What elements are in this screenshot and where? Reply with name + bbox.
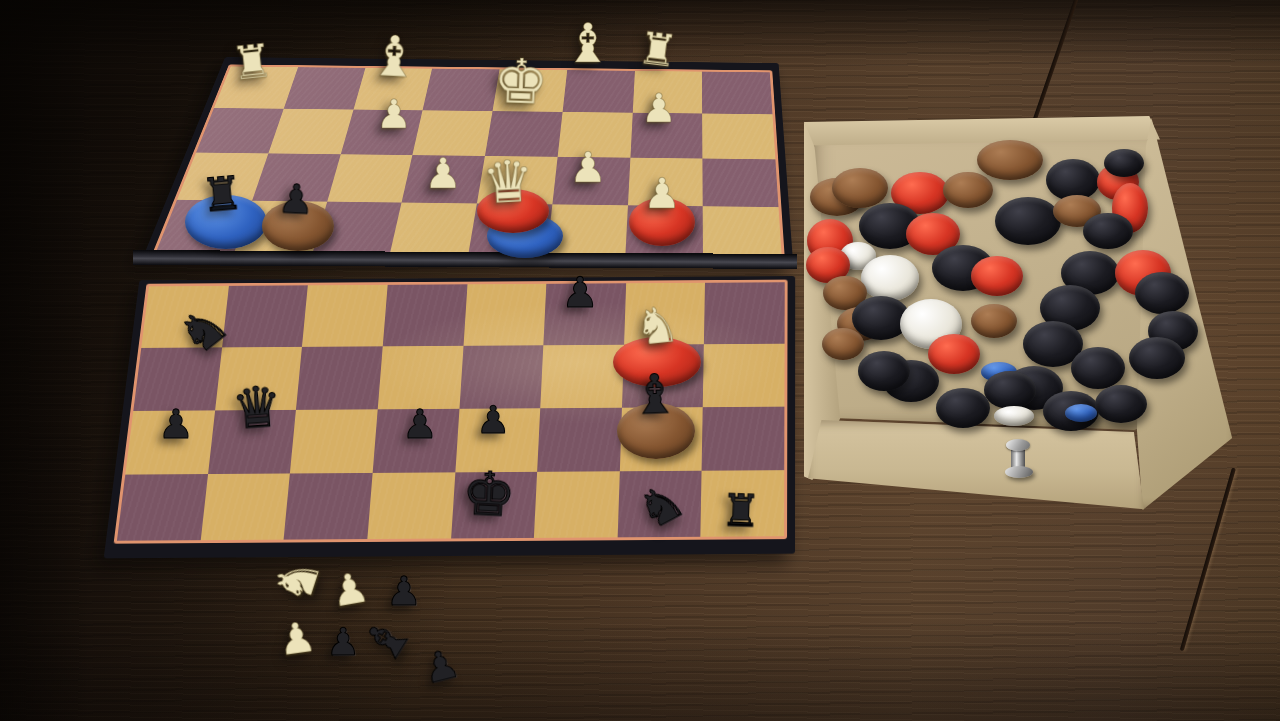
square-c3[interactable] bbox=[296, 346, 382, 409]
table-surface: ♜♝♟♚♝♜♟♟♟♛♟♜♟♞♛♟♟♟♚♟♞♝♞♜♞♟♟♟♟♝♟ bbox=[0, 0, 1280, 721]
white-pawn[interactable]: ♟ bbox=[424, 153, 462, 195]
box-checker-disc-black[interactable] bbox=[1071, 347, 1125, 389]
square-h6[interactable] bbox=[703, 158, 779, 207]
box-checker-disc-red[interactable] bbox=[928, 334, 980, 374]
box-checker-disc-red[interactable] bbox=[971, 256, 1023, 296]
square-h3[interactable] bbox=[703, 343, 784, 406]
box-knob-foot bbox=[1005, 466, 1033, 478]
black-pawn[interactable]: ♟ bbox=[561, 272, 599, 314]
box-checker-disc-black[interactable] bbox=[1129, 337, 1185, 379]
square-c6[interactable] bbox=[327, 154, 413, 203]
white-pawn[interactable]: ♟ bbox=[569, 147, 607, 189]
wood-plank-seam bbox=[1031, 0, 1080, 127]
square-b8[interactable] bbox=[284, 67, 365, 109]
black-bishop[interactable]: ♝ bbox=[354, 608, 420, 673]
black-pawn[interactable]: ♟ bbox=[277, 178, 315, 220]
box-checker-disc-black[interactable] bbox=[1104, 149, 1144, 177]
white-rook[interactable]: ♜ bbox=[229, 37, 275, 87]
square-c4[interactable] bbox=[302, 285, 387, 347]
square-d3[interactable] bbox=[378, 346, 463, 409]
black-rook[interactable]: ♜ bbox=[199, 169, 244, 218]
black-bishop[interactable]: ♝ bbox=[630, 367, 680, 423]
square-c2[interactable] bbox=[290, 409, 378, 474]
black-pawn[interactable]: ♟ bbox=[476, 401, 510, 439]
black-king[interactable]: ♚ bbox=[461, 463, 518, 526]
square-a1[interactable] bbox=[117, 474, 208, 540]
square-b7[interactable] bbox=[268, 109, 353, 154]
white-bishop[interactable]: ♝ bbox=[564, 17, 612, 71]
square-f8[interactable] bbox=[562, 70, 634, 112]
square-c1[interactable] bbox=[284, 473, 373, 539]
white-king[interactable]: ♚ bbox=[492, 50, 550, 114]
white-knight[interactable]: ♞ bbox=[265, 550, 329, 610]
white-rook[interactable]: ♜ bbox=[636, 26, 681, 74]
square-d5[interactable] bbox=[390, 203, 477, 256]
box-checker-disc-brown[interactable] bbox=[971, 304, 1017, 338]
black-pawn[interactable]: ♟ bbox=[386, 571, 422, 611]
white-pawn[interactable]: ♟ bbox=[328, 566, 372, 614]
black-pawn[interactable]: ♟ bbox=[402, 404, 438, 444]
black-pawn[interactable]: ♟ bbox=[158, 404, 194, 444]
black-queen[interactable]: ♛ bbox=[230, 378, 284, 437]
square-f3[interactable] bbox=[540, 345, 623, 408]
box-checker-disc-black[interactable] bbox=[995, 197, 1061, 245]
box-checker-disc-black[interactable] bbox=[1095, 385, 1147, 423]
white-pawn[interactable]: ♟ bbox=[376, 94, 412, 134]
square-h8[interactable] bbox=[702, 72, 772, 114]
white-pawn[interactable]: ♟ bbox=[275, 616, 318, 663]
square-f1[interactable] bbox=[534, 472, 620, 538]
box-checker-disc-brown[interactable] bbox=[822, 328, 864, 360]
black-pawn[interactable]: ♟ bbox=[419, 642, 463, 689]
box-checker-disc-black[interactable] bbox=[984, 371, 1036, 409]
box-checker-disc-brown[interactable] bbox=[943, 172, 993, 208]
box-knob-cap[interactable] bbox=[1006, 439, 1030, 451]
white-knight[interactable]: ♞ bbox=[632, 299, 682, 353]
square-d1[interactable] bbox=[367, 473, 455, 539]
square-d4[interactable] bbox=[383, 284, 467, 346]
white-bishop[interactable]: ♝ bbox=[367, 28, 420, 87]
black-rook[interactable]: ♜ bbox=[721, 488, 762, 533]
white-queen[interactable]: ♛ bbox=[481, 152, 536, 213]
box-checker-disc-black[interactable] bbox=[1135, 272, 1189, 314]
square-e4[interactable] bbox=[463, 284, 546, 346]
white-pawn[interactable]: ♟ bbox=[641, 88, 677, 128]
square-d8[interactable] bbox=[423, 69, 500, 111]
box-checker-disc-brown[interactable] bbox=[832, 168, 888, 208]
box-checker-disc-black[interactable] bbox=[858, 351, 910, 391]
square-h4[interactable] bbox=[704, 282, 785, 344]
box-checker-disc-white[interactable] bbox=[994, 406, 1034, 426]
box-checker-disc-blue[interactable] bbox=[1065, 404, 1097, 422]
square-h5[interactable] bbox=[703, 206, 782, 259]
white-pawn[interactable]: ♟ bbox=[643, 173, 681, 215]
box-checker-disc-black[interactable] bbox=[1083, 213, 1133, 249]
square-h2[interactable] bbox=[702, 406, 784, 471]
square-b1[interactable] bbox=[200, 474, 290, 540]
square-f2[interactable] bbox=[537, 407, 622, 472]
box-checker-disc-white[interactable] bbox=[861, 255, 919, 301]
box-checker-disc-black[interactable] bbox=[936, 388, 990, 428]
box-checker-disc-brown[interactable] bbox=[977, 140, 1043, 180]
square-h7[interactable] bbox=[702, 113, 775, 159]
